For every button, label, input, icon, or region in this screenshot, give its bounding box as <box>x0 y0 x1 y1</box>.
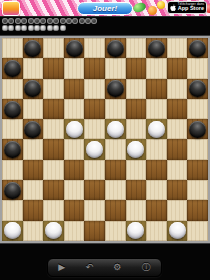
board-square-r1c9 <box>167 38 188 58</box>
settings-icon[interactable]: ⚙ <box>113 263 121 272</box>
capture-trays <box>2 18 97 31</box>
board-square-r1c2[interactable] <box>23 38 44 58</box>
orange-candy-icon <box>148 6 157 15</box>
board-square-r2c6 <box>105 58 126 78</box>
white-man[interactable] <box>169 222 186 239</box>
board-square-r5c1 <box>2 119 23 139</box>
board-square-r3c3 <box>43 79 64 99</box>
board-square-r1c4[interactable] <box>64 38 85 58</box>
black-tray-dot <box>60 18 66 24</box>
white-man[interactable] <box>127 222 144 239</box>
board-square-r6c5[interactable] <box>84 139 105 159</box>
board-square-r3c7 <box>126 79 147 99</box>
white-man[interactable] <box>86 141 103 158</box>
board-square-r9c6[interactable] <box>105 200 126 220</box>
board-square-r8c4 <box>64 180 85 200</box>
board-square-r2c7[interactable] <box>126 58 147 78</box>
board-square-r9c5 <box>84 200 105 220</box>
apple-logo-icon <box>170 4 176 12</box>
board-square-r7c7 <box>126 160 147 180</box>
board-square-r1c3 <box>43 38 64 58</box>
board-square-r1c6[interactable] <box>105 38 126 58</box>
board-square-r8c2 <box>23 180 44 200</box>
board-square-r6c9[interactable] <box>167 139 188 159</box>
board-square-r6c4 <box>64 139 85 159</box>
white-man[interactable] <box>45 222 62 239</box>
black-man[interactable] <box>66 40 83 57</box>
black-tray-dot <box>53 18 59 24</box>
board-square-r8c10 <box>187 180 208 200</box>
board-square-r3c4[interactable] <box>64 79 85 99</box>
board-square-r9c9 <box>167 200 188 220</box>
black-man[interactable] <box>4 141 21 158</box>
board-square-r10c7[interactable] <box>126 221 147 241</box>
board-square-r4c6 <box>105 99 126 119</box>
board-square-r6c3[interactable] <box>43 139 64 159</box>
candy-game-logo <box>2 1 20 16</box>
board-square-r4c9[interactable] <box>167 99 188 119</box>
white-tray-dot <box>47 25 53 31</box>
board-square-r6c7[interactable] <box>126 139 147 159</box>
board-square-r1c5 <box>84 38 105 58</box>
board-square-r6c10 <box>187 139 208 159</box>
board-square-r3c9 <box>167 79 188 99</box>
black-man[interactable] <box>24 40 41 57</box>
board-square-r9c7 <box>126 200 147 220</box>
board-square-r7c1 <box>2 160 23 180</box>
black-man[interactable] <box>107 80 124 97</box>
board-square-r5c2[interactable] <box>23 119 44 139</box>
store-badge-text: Télécharger dans App Store <box>178 3 205 12</box>
info-icon[interactable]: ⓘ <box>142 263 151 272</box>
board-square-r4c5[interactable] <box>84 99 105 119</box>
board-square-r1c8[interactable] <box>146 38 167 58</box>
board-square-r4c2 <box>23 99 44 119</box>
board-square-r7c2[interactable] <box>23 160 44 180</box>
white-man[interactable] <box>127 141 144 158</box>
black-pieces-tray <box>2 18 97 24</box>
ad-banner[interactable]: Jouer! Télécharger dans App Store <box>0 0 210 17</box>
black-tray-dot <box>72 18 78 24</box>
board-square-r10c5[interactable] <box>84 221 105 241</box>
black-tray-dot <box>66 18 72 24</box>
board-square-r3c5 <box>84 79 105 99</box>
black-tray-dot <box>34 18 40 24</box>
white-pieces-tray <box>2 25 97 31</box>
board-square-r4c10 <box>187 99 208 119</box>
board-square-r5c6[interactable] <box>105 119 126 139</box>
black-tray-dot <box>47 18 53 24</box>
black-tray-dot <box>21 18 27 24</box>
board-square-r10c10 <box>187 221 208 241</box>
board-square-r6c2 <box>23 139 44 159</box>
black-man[interactable] <box>4 101 21 118</box>
board-square-r5c3 <box>43 119 64 139</box>
white-tray-dot <box>21 25 27 31</box>
board-square-r4c8 <box>146 99 167 119</box>
board-square-r5c9 <box>167 119 188 139</box>
board-square-r9c1 <box>2 200 23 220</box>
bottom-toolbar: ▶↶⚙ⓘ <box>47 258 162 277</box>
black-tray-dot <box>85 18 91 24</box>
board-square-r9c4[interactable] <box>64 200 85 220</box>
board-square-r8c1[interactable] <box>2 180 23 200</box>
black-tray-dot <box>28 18 34 24</box>
board-square-r1c1 <box>2 38 23 58</box>
black-man[interactable] <box>189 40 206 57</box>
white-man[interactable] <box>66 121 83 138</box>
board-square-r9c2[interactable] <box>23 200 44 220</box>
checkers-board <box>0 36 210 243</box>
white-tray-dot <box>2 25 8 31</box>
board-square-r7c8[interactable] <box>146 160 167 180</box>
board-square-r2c9[interactable] <box>167 58 188 78</box>
white-tray-dot <box>34 25 40 31</box>
board-square-r5c5 <box>84 119 105 139</box>
white-man[interactable] <box>4 222 21 239</box>
board-square-r10c3[interactable] <box>43 221 64 241</box>
black-man[interactable] <box>148 40 165 57</box>
board-square-r3c8[interactable] <box>146 79 167 99</box>
white-tray-dot <box>8 25 14 31</box>
board-square-r8c7[interactable] <box>126 180 147 200</box>
board-square-r7c9 <box>167 160 188 180</box>
board-square-r5c4[interactable] <box>64 119 85 139</box>
white-tray-dot <box>53 25 59 31</box>
board-square-r7c5 <box>84 160 105 180</box>
board-square-r10c4 <box>64 221 85 241</box>
board-square-r5c8[interactable] <box>146 119 167 139</box>
black-man[interactable] <box>189 80 206 97</box>
board-square-r8c5[interactable] <box>84 180 105 200</box>
black-tray-dot <box>15 18 21 24</box>
board-square-r9c8[interactable] <box>146 200 167 220</box>
board-square-r7c4[interactable] <box>64 160 85 180</box>
black-man[interactable] <box>4 60 21 77</box>
black-tray-dot <box>91 18 97 24</box>
white-tray-dot <box>28 25 34 31</box>
app-screen: Jouer! Télécharger dans App Store ▶↶⚙ⓘ <box>0 0 210 280</box>
board-square-r1c7 <box>126 38 147 58</box>
white-tray-dot <box>40 25 46 31</box>
black-tray-dot <box>79 18 85 24</box>
board-square-r8c9[interactable] <box>167 180 188 200</box>
board-square-r4c1[interactable] <box>2 99 23 119</box>
board-square-r10c1[interactable] <box>2 221 23 241</box>
board-square-r3c1 <box>2 79 23 99</box>
black-man[interactable] <box>4 182 21 199</box>
board-square-r3c2[interactable] <box>23 79 44 99</box>
board-square-r4c7[interactable] <box>126 99 147 119</box>
board-square-r4c4 <box>64 99 85 119</box>
play-icon[interactable]: ▶ <box>58 263 65 272</box>
board-square-r5c10[interactable] <box>187 119 208 139</box>
black-tray-dot <box>2 18 8 24</box>
white-man[interactable] <box>148 121 165 138</box>
board-square-r7c6[interactable] <box>105 160 126 180</box>
board-square-r10c6 <box>105 221 126 241</box>
black-man[interactable] <box>189 121 206 138</box>
board-grid <box>2 38 208 241</box>
board-square-r1c10[interactable] <box>187 38 208 58</box>
board-square-r9c10[interactable] <box>187 200 208 220</box>
board-square-r6c1[interactable] <box>2 139 23 159</box>
board-square-r10c2 <box>23 221 44 241</box>
board-square-r2c5[interactable] <box>84 58 105 78</box>
black-man[interactable] <box>107 40 124 57</box>
black-man[interactable] <box>24 80 41 97</box>
board-square-r6c6 <box>105 139 126 159</box>
ad-play-button[interactable]: Jouer! <box>77 2 133 15</box>
board-square-r7c10[interactable] <box>187 160 208 180</box>
board-square-r4c3[interactable] <box>43 99 64 119</box>
black-man[interactable] <box>24 121 41 138</box>
black-tray-dot <box>40 18 46 24</box>
undo-icon[interactable]: ↶ <box>85 263 93 272</box>
board-square-r7c3 <box>43 160 64 180</box>
board-square-r8c8 <box>146 180 167 200</box>
board-square-r2c2 <box>23 58 44 78</box>
board-square-r5c7 <box>126 119 147 139</box>
white-tray-dot <box>15 25 21 31</box>
yellow-candy-icon <box>157 1 165 9</box>
board-square-r2c3[interactable] <box>43 58 64 78</box>
board-square-r3c6[interactable] <box>105 79 126 99</box>
board-square-r8c6 <box>105 180 126 200</box>
green-candy-icon <box>132 1 147 14</box>
board-square-r10c8 <box>146 221 167 241</box>
board-square-r2c10 <box>187 58 208 78</box>
board-square-r2c4 <box>64 58 85 78</box>
app-store-badge[interactable]: Télécharger dans App Store <box>167 1 207 14</box>
white-tray-dot <box>60 25 66 31</box>
board-square-r3c10[interactable] <box>187 79 208 99</box>
board-square-r6c8 <box>146 139 167 159</box>
board-square-r8c3[interactable] <box>43 180 64 200</box>
board-square-r2c8 <box>146 58 167 78</box>
board-square-r9c3 <box>43 200 64 220</box>
black-tray-dot <box>8 18 14 24</box>
board-square-r10c9[interactable] <box>167 221 188 241</box>
white-man[interactable] <box>107 121 124 138</box>
board-square-r2c1[interactable] <box>2 58 23 78</box>
